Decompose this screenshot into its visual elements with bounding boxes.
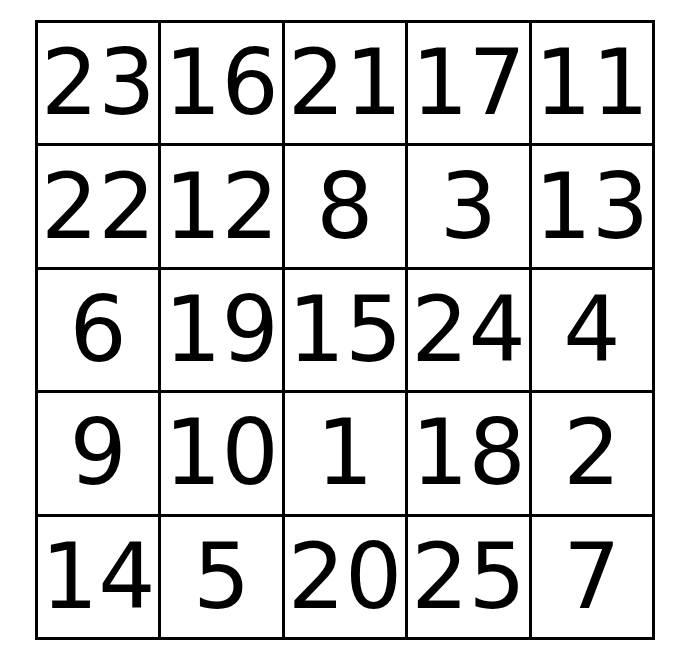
cell-r5c4[interactable]: 25 xyxy=(408,517,528,637)
cell-r1c5[interactable]: 11 xyxy=(532,23,652,143)
cell-r2c4[interactable]: 3 xyxy=(408,146,528,266)
cell-r1c3[interactable]: 21 xyxy=(285,23,405,143)
cell-r1c4[interactable]: 17 xyxy=(408,23,528,143)
cell-r4c2[interactable]: 10 xyxy=(161,393,281,513)
cell-r4c5[interactable]: 2 xyxy=(532,393,652,513)
cell-r4c4[interactable]: 18 xyxy=(408,393,528,513)
cell-r2c1[interactable]: 22 xyxy=(38,146,158,266)
cell-r5c1[interactable]: 14 xyxy=(38,517,158,637)
cell-r3c2[interactable]: 19 xyxy=(161,270,281,390)
cell-r5c3[interactable]: 20 xyxy=(285,517,405,637)
cell-r5c2[interactable]: 5 xyxy=(161,517,281,637)
cell-r2c3[interactable]: 8 xyxy=(285,146,405,266)
cell-r3c1[interactable]: 6 xyxy=(38,270,158,390)
cell-r2c2[interactable]: 12 xyxy=(161,146,281,266)
cell-r4c1[interactable]: 9 xyxy=(38,393,158,513)
cell-r3c5[interactable]: 4 xyxy=(532,270,652,390)
cell-r3c4[interactable]: 24 xyxy=(408,270,528,390)
cell-r1c1[interactable]: 23 xyxy=(38,23,158,143)
cell-r3c3[interactable]: 15 xyxy=(285,270,405,390)
cell-r5c5[interactable]: 7 xyxy=(532,517,652,637)
cell-r4c3[interactable]: 1 xyxy=(285,393,405,513)
schulte-grid: 2316211711221283136191524491011821452025… xyxy=(35,20,655,640)
cell-r1c2[interactable]: 16 xyxy=(161,23,281,143)
cell-r2c5[interactable]: 13 xyxy=(532,146,652,266)
